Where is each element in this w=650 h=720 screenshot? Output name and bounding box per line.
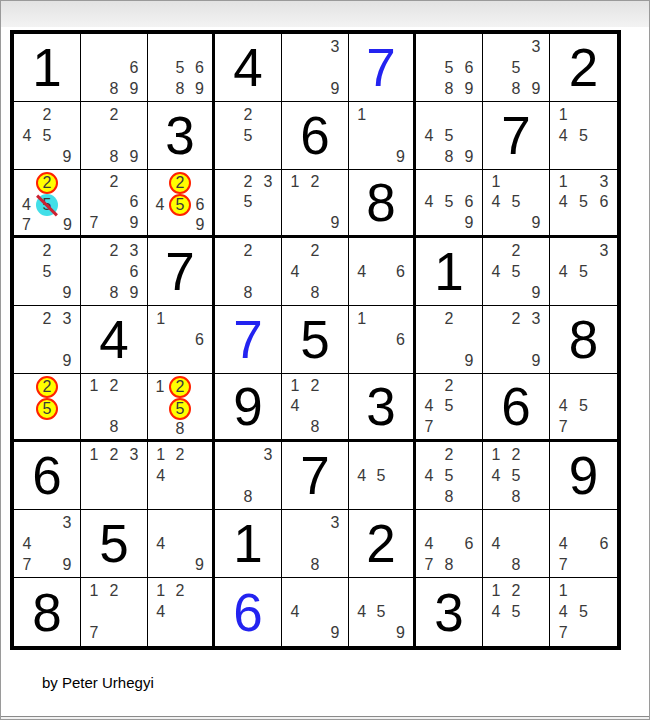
cell-r3c8[interactable]: 1459 (483, 170, 550, 238)
candidate-slot-8 (104, 213, 124, 233)
candidate-slot-4 (486, 329, 506, 350)
candidate-slot-2 (573, 240, 593, 261)
candidate-slot-6 (325, 57, 345, 78)
candidate-slot-1: 1 (285, 172, 305, 192)
candidate-9: 9 (130, 285, 139, 301)
cell-r6c4[interactable]: 9 (215, 374, 282, 442)
candidate-grid: 239 (14, 306, 80, 373)
cell-r8c9[interactable]: 467 (550, 510, 617, 578)
cell-r8c4[interactable]: 1 (215, 510, 282, 578)
candidate-slot-4 (84, 396, 104, 416)
candidate-slot-4 (285, 192, 305, 212)
cell-r9c8[interactable]: 1245 (483, 578, 550, 646)
cell-r1c6[interactable]: 7 (349, 34, 416, 102)
candidate-7: 7 (90, 625, 99, 641)
cell-r5c8[interactable]: 239 (483, 306, 550, 374)
cell-r6c5[interactable]: 1248 (282, 374, 349, 442)
candidate-2: 2 (110, 174, 119, 190)
candidate-slot-1 (419, 308, 439, 329)
candidate-8: 8 (311, 557, 320, 573)
candidate-4: 4 (559, 604, 568, 620)
candidate-4: 4 (425, 536, 434, 552)
candidate-grid: 345 (550, 238, 617, 305)
candidate-1: 1 (357, 311, 366, 327)
candidate-slot-2: 2 (305, 172, 325, 192)
candidate-slot-5 (104, 125, 124, 146)
cell-r4c4[interactable]: 28 (215, 238, 282, 306)
candidate-slot-4 (218, 125, 238, 146)
candidate-6: 6 (196, 197, 205, 213)
candidate-4: 4 (156, 468, 165, 484)
cell-r8c1[interactable]: 3479 (14, 510, 81, 578)
candidate-grid: 2457 (416, 374, 482, 439)
candidate-slot-9 (191, 420, 209, 437)
candidate-slot-9: 9 (391, 146, 410, 167)
cell-r7c8[interactable]: 12458 (483, 442, 550, 510)
candidate-slot-2: 2 (506, 308, 526, 329)
cell-r4c7[interactable]: 1 (416, 238, 483, 306)
cell-r9c7[interactable]: 3 (416, 578, 483, 646)
candidate-8: 8 (512, 489, 521, 505)
candidate-2: 2 (110, 447, 119, 463)
candidate-slot-2: 2 (238, 104, 258, 125)
candidate-slot-5 (371, 125, 390, 146)
candidate-grid: 2458 (416, 442, 482, 509)
candidate-6: 6 (465, 536, 474, 552)
candidate-slot-7 (218, 282, 238, 303)
cell-r4c3[interactable]: 7 (148, 238, 215, 306)
candidate-slot-9: 9 (459, 146, 479, 167)
candidate-slot-8 (439, 213, 459, 233)
candidate-slot-3 (258, 104, 278, 125)
cell-r2c9[interactable]: 145 (550, 102, 617, 170)
candidate-slot-4 (84, 261, 104, 282)
cell-r6c2[interactable]: 128 (81, 374, 148, 442)
candidate-slot-3 (325, 240, 345, 261)
candidate-slot-6 (594, 261, 614, 282)
candidate-8: 8 (445, 81, 454, 97)
candidate-slot-5 (104, 57, 124, 78)
candidate-5: 5 (445, 194, 454, 210)
candidate-slot-7 (151, 78, 170, 99)
cell-value: 7 (215, 306, 281, 373)
candidate-9: 9 (130, 81, 139, 97)
candidate-slot-9 (325, 282, 345, 303)
candidate-1: 1 (156, 583, 165, 599)
cell-r5c4[interactable]: 7 (215, 306, 282, 374)
candidate-slot-9: 9 (57, 282, 77, 303)
cell-r2c7[interactable]: 4589 (416, 102, 483, 170)
candidate-1: 1 (90, 447, 99, 463)
candidate-1: 1 (90, 583, 99, 599)
cell-r7c3[interactable]: 124 (148, 442, 215, 510)
candidate-slot-5 (104, 465, 124, 486)
header-strip (0, 0, 650, 27)
candidate-slot-9 (124, 486, 144, 507)
cell-r2c3[interactable]: 3 (148, 102, 215, 170)
candidate-slot-8 (506, 350, 526, 371)
candidate-slot-6: 6 (190, 57, 209, 78)
candidate-slot-7 (285, 417, 305, 437)
candidate-slot-3 (190, 580, 209, 601)
candidate-9: 9 (63, 353, 72, 369)
candidate-slot-2 (371, 444, 390, 465)
candidate-slot-2 (573, 172, 593, 192)
cell-r1c2[interactable]: 689 (81, 34, 148, 102)
candidate-slot-2 (104, 36, 124, 57)
bottom-strip (0, 716, 650, 720)
candidate-grid: 1245 (483, 578, 549, 646)
candidate-slot-6 (526, 601, 546, 622)
cell-r1c7[interactable]: 5689 (416, 34, 483, 102)
candidate-slot-6 (258, 125, 278, 146)
candidate-slot-5 (104, 192, 124, 212)
candidate-slot-2: 2 (238, 240, 258, 261)
candidate-slot-1 (218, 104, 238, 125)
candidate-1: 1 (492, 174, 501, 190)
candidate-slot-4: 4 (553, 261, 573, 282)
candidate-slot-8: 8 (439, 486, 459, 507)
candidate-slot-1 (151, 36, 170, 57)
candidate-slot-5: 5 (439, 192, 459, 212)
candidate-slot-3: 3 (258, 444, 278, 465)
candidate-slot-8 (506, 623, 526, 644)
cell-r4c8[interactable]: 2459 (483, 238, 550, 306)
cell-r8c6[interactable]: 2 (349, 510, 416, 578)
candidate-8: 8 (311, 419, 320, 435)
candidate-slot-8: 8 (238, 486, 258, 507)
candidate-slot-7 (218, 486, 238, 507)
candidate-slot-2 (439, 172, 459, 192)
cell-r1c3[interactable]: 5689 (148, 34, 215, 102)
candidate-slot-9 (124, 417, 144, 437)
candidate-slot-2: 2 (37, 104, 57, 125)
candidate-slot-3 (124, 580, 144, 601)
candidate-slot-9 (594, 146, 614, 167)
candidate-9: 9 (63, 217, 72, 233)
candidate-5: 5 (445, 128, 454, 144)
cell-r5c5[interactable]: 5 (282, 306, 349, 374)
cell-r4c1[interactable]: 259 (14, 238, 81, 306)
candidate-slot-5 (305, 601, 325, 622)
candidate-slot-7 (553, 146, 573, 167)
candidate-slot-3 (57, 240, 77, 261)
cell-r9c6[interactable]: 459 (349, 578, 416, 646)
cell-r3c6[interactable]: 8 (349, 170, 416, 238)
cell-r6c3[interactable]: 1258 (148, 374, 215, 442)
cell-r4c5[interactable]: 248 (282, 238, 349, 306)
candidate-1: 1 (559, 107, 568, 123)
candidate-slot-8 (573, 623, 593, 644)
candidate-4: 4 (357, 468, 366, 484)
cell-r6c7[interactable]: 2457 (416, 374, 483, 442)
cell-r7c6[interactable]: 45 (349, 442, 416, 510)
candidate-slot-7 (84, 282, 104, 303)
candidate-slot-5 (305, 396, 325, 416)
candidate-slot-1 (17, 172, 36, 194)
cell-r8c7[interactable]: 4678 (416, 510, 483, 578)
candidate-slot-6 (258, 261, 278, 282)
candidate-slot-3 (594, 512, 614, 533)
cell-r5c9[interactable]: 8 (550, 306, 617, 374)
candidate-2: 2 (244, 243, 253, 259)
cell-r9c1[interactable]: 8 (14, 578, 81, 646)
candidate-slot-9: 9 (57, 350, 77, 371)
candidate-slot-4 (352, 125, 371, 146)
cell-r2c6[interactable]: 19 (349, 102, 416, 170)
candidate-slot-1: 1 (151, 376, 169, 398)
candidate-slot-7: 7 (419, 417, 439, 437)
candidate-slot-5 (170, 601, 189, 622)
candidate-slot-4: 4 (151, 601, 170, 622)
candidate-slot-1 (553, 376, 573, 396)
cell-r1c5[interactable]: 39 (282, 34, 349, 102)
candidate-slot-8: 8 (104, 78, 124, 99)
candidate-slot-2 (573, 512, 593, 533)
cell-r9c2[interactable]: 127 (81, 578, 148, 646)
candidate-8: 8 (512, 81, 521, 97)
candidate-slot-8 (37, 554, 57, 575)
candidate-slot-3 (57, 104, 77, 125)
cell-r7c1[interactable]: 6 (14, 442, 81, 510)
candidate-slot-5: 5 (573, 192, 593, 212)
cell-r9c3[interactable]: 124 (148, 578, 215, 646)
cell-r6c6[interactable]: 3 (349, 374, 416, 442)
cell-r6c1[interactable]: 25 (14, 374, 81, 442)
candidate-grid: 459 (349, 578, 413, 646)
cell-r4c9[interactable]: 345 (550, 238, 617, 306)
candidate-6: 6 (599, 194, 608, 210)
candidate-grid: 2459 (14, 102, 80, 169)
cell-r9c4[interactable]: 6 (215, 578, 282, 646)
cell-r1c8[interactable]: 3589 (483, 34, 550, 102)
candidate-grid: 145 (550, 102, 617, 169)
cell-r2c8[interactable]: 7 (483, 102, 550, 170)
cell-r9c9[interactable]: 1457 (550, 578, 617, 646)
cell-r5c1[interactable]: 239 (14, 306, 81, 374)
candidate-slot-6 (526, 192, 546, 212)
cell-r8c5[interactable]: 38 (282, 510, 349, 578)
cell-r8c8[interactable]: 48 (483, 510, 550, 578)
candidate-9: 9 (195, 557, 204, 573)
candidate-slot-6 (594, 601, 614, 622)
cell-value: 8 (349, 170, 413, 235)
cell-r3c5[interactable]: 129 (282, 170, 349, 238)
candidate-slot-4: 4 (486, 261, 506, 282)
candidate-slot-2: 2 (104, 104, 124, 125)
cell-r3c3[interactable]: 24569 (148, 170, 215, 238)
candidate-slot-2: 2 (37, 240, 57, 261)
candidate-slot-1 (419, 512, 439, 533)
candidate-3: 3 (130, 243, 139, 259)
candidate-slot-1: 1 (486, 580, 506, 601)
candidate-slot-3 (190, 512, 209, 533)
cell-r3c4[interactable]: 235 (215, 170, 282, 238)
candidate-slot-6: 6 (459, 192, 479, 212)
cell-r3c7[interactable]: 4569 (416, 170, 483, 238)
candidate-grid: 467 (550, 510, 617, 577)
candidate-slot-5: 5 (506, 57, 526, 78)
candidate-slot-3 (325, 172, 345, 192)
candidate-6: 6 (465, 194, 474, 210)
candidate-5: 5 (512, 194, 521, 210)
candidate-slot-1 (352, 580, 371, 601)
cell-r8c3[interactable]: 49 (148, 510, 215, 578)
candidate-slot-9 (391, 350, 410, 371)
cell-value: 6 (14, 442, 80, 509)
cell-r6c8[interactable]: 6 (483, 374, 550, 442)
cell-r7c5[interactable]: 7 (282, 442, 349, 510)
cell-r2c4[interactable]: 25 (215, 102, 282, 170)
candidate-slot-7 (285, 282, 305, 303)
candidate-slot-9: 9 (459, 350, 479, 371)
candidate-slot-4 (285, 57, 305, 78)
candidate-grid: 129 (282, 170, 348, 235)
candidate-slot-9: 9 (325, 78, 345, 99)
cell-r1c4[interactable]: 4 (215, 34, 282, 102)
candidate-slot-2: 2 (170, 580, 189, 601)
candidate-slot-2 (371, 104, 390, 125)
candidate-slot-9 (459, 486, 479, 507)
cell-r2c5[interactable]: 6 (282, 102, 349, 170)
candidate-slot-4 (218, 192, 238, 212)
candidate-slot-8 (573, 554, 593, 575)
candidate-slot-1 (553, 240, 573, 261)
candidate-slot-5 (104, 396, 124, 416)
candidate-slot-1 (151, 512, 170, 533)
candidate-4: 4 (23, 128, 32, 144)
cell-r6c9[interactable]: 457 (550, 374, 617, 442)
candidate-2: 2 (176, 447, 185, 463)
candidate-slot-3 (594, 376, 614, 396)
candidate-slot-3 (190, 36, 209, 57)
cell-r3c2[interactable]: 2679 (81, 170, 148, 238)
candidate-slot-2: 2 (506, 444, 526, 465)
cell-r1c1[interactable]: 1 (14, 34, 81, 102)
candidate-slot-8: 8 (506, 486, 526, 507)
candidate-slot-9 (258, 213, 278, 233)
candidate-2: 2 (512, 447, 521, 463)
candidate-5: 5 (36, 398, 58, 420)
candidate-slot-2: 2 (169, 376, 191, 398)
cell-r3c1[interactable]: 24579 (14, 170, 81, 238)
cell-r2c2[interactable]: 289 (81, 102, 148, 170)
candidate-slot-6 (57, 261, 77, 282)
cell-r8c2[interactable]: 5 (81, 510, 148, 578)
cell-r5c6[interactable]: 16 (349, 306, 416, 374)
candidate-slot-6 (526, 465, 546, 486)
candidate-slot-9 (124, 623, 144, 644)
candidate-slot-5: 5 (37, 261, 57, 282)
candidate-slot-8 (506, 213, 526, 233)
candidate-slot-7 (486, 78, 506, 99)
candidate-slot-3 (124, 172, 144, 192)
candidate-grid: 19 (349, 102, 413, 169)
cell-r3c9[interactable]: 13456 (550, 170, 617, 238)
candidate-9: 9 (465, 81, 474, 97)
cell-value: 5 (81, 510, 147, 577)
candidate-slot-8 (371, 350, 390, 371)
cell-r7c4[interactable]: 38 (215, 442, 282, 510)
candidate-2: 2 (176, 583, 185, 599)
cell-r4c6[interactable]: 46 (349, 238, 416, 306)
candidate-slot-9 (594, 623, 614, 644)
candidate-slot-6 (58, 194, 77, 216)
cell-r2c1[interactable]: 2459 (14, 102, 81, 170)
candidate-slot-9: 9 (124, 146, 144, 167)
candidate-slot-1 (419, 444, 439, 465)
candidate-slot-1 (218, 240, 238, 261)
candidate-slot-8 (170, 350, 189, 371)
candidate-slot-2: 2 (37, 308, 57, 329)
candidate-slot-7 (486, 486, 506, 507)
cell-r4c2[interactable]: 23689 (81, 238, 148, 306)
candidate-3: 3 (264, 174, 273, 190)
candidate-slot-6 (124, 396, 144, 416)
candidate-grid: 124 (148, 442, 212, 509)
candidate-slot-5 (371, 329, 390, 350)
candidate-slot-2 (439, 104, 459, 125)
candidate-slot-3 (190, 444, 209, 465)
candidate-grid: 3589 (483, 34, 549, 101)
cell-r9c5[interactable]: 49 (282, 578, 349, 646)
cell-value: 2 (349, 510, 413, 577)
candidate-4: 4 (357, 604, 366, 620)
candidate-slot-3 (391, 444, 410, 465)
candidate-slot-9: 9 (526, 350, 546, 371)
cell-r7c2[interactable]: 123 (81, 442, 148, 510)
candidate-8: 8 (311, 285, 320, 301)
candidate-5: 5 (176, 60, 185, 76)
candidate-8: 8 (176, 421, 185, 437)
candidate-slot-4: 4 (17, 125, 37, 146)
cell-r5c2[interactable]: 4 (81, 306, 148, 374)
candidate-slot-8: 8 (506, 554, 526, 575)
candidate-slot-8 (573, 146, 593, 167)
candidate-slot-1 (17, 376, 36, 398)
candidate-4: 4 (156, 197, 165, 213)
cell-r5c7[interactable]: 29 (416, 306, 483, 374)
candidate-slot-4: 4 (419, 396, 439, 416)
cell-value: 1 (14, 34, 80, 101)
candidate-slot-5: 5 (506, 465, 526, 486)
candidate-slot-6: 6 (594, 192, 614, 212)
candidate-9: 9 (396, 149, 405, 165)
candidate-slot-9: 9 (57, 554, 77, 575)
cell-r7c9[interactable]: 9 (550, 442, 617, 510)
candidate-2: 2 (110, 583, 119, 599)
candidate-7: 7 (559, 557, 568, 573)
candidate-2: 2 (512, 583, 521, 599)
cell-r5c3[interactable]: 16 (148, 306, 215, 374)
candidate-3: 3 (599, 174, 608, 190)
cell-value: 9 (215, 374, 281, 439)
candidate-slot-6 (526, 57, 546, 78)
candidate-slot-5: 5 (573, 396, 593, 416)
candidate-slot-6 (594, 396, 614, 416)
candidate-1: 1 (559, 174, 568, 190)
cell-value: 7 (483, 102, 549, 169)
cell-r1c9[interactable]: 2 (550, 34, 617, 102)
cell-r7c7[interactable]: 2458 (416, 442, 483, 510)
candidate-slot-4 (151, 57, 170, 78)
candidate-slot-6: 6 (391, 261, 410, 282)
candidate-slot-1: 1 (553, 580, 573, 601)
candidate-slot-1: 1 (285, 376, 305, 396)
candidate-5: 5 (579, 194, 588, 210)
candidate-slot-9 (325, 554, 345, 575)
candidate-slot-9: 9 (191, 216, 209, 233)
